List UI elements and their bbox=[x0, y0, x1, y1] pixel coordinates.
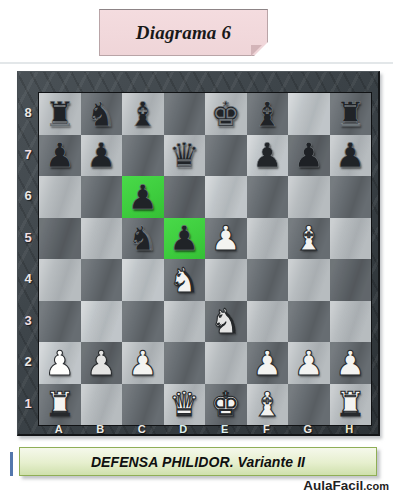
square-d6 bbox=[164, 176, 206, 218]
square-c2: ♟ bbox=[122, 342, 164, 384]
file-label-f: F bbox=[246, 424, 288, 435]
square-h8: ♜ bbox=[330, 93, 372, 135]
black-pawn-b7: ♟ bbox=[86, 138, 116, 172]
square-a4 bbox=[39, 259, 81, 301]
white-pawn-b2: ♟ bbox=[86, 346, 116, 380]
white-queen-d1: ♛ bbox=[169, 387, 199, 421]
rank-labels: 87654321 bbox=[18, 92, 38, 424]
white-pawn-g2: ♟ bbox=[294, 346, 324, 380]
rank-label-4: 4 bbox=[18, 258, 38, 300]
black-pawn-c6: ♟ bbox=[128, 180, 158, 214]
white-pawn-h2: ♟ bbox=[335, 346, 365, 380]
file-label-g: G bbox=[287, 424, 329, 435]
square-f2: ♟ bbox=[247, 342, 289, 384]
caption-banner: DEFENSA PHILIDOR. Variante II bbox=[19, 447, 377, 476]
square-d7: ♛ bbox=[164, 135, 206, 177]
black-king-e8: ♚ bbox=[211, 97, 241, 131]
rank-label-8: 8 bbox=[18, 92, 38, 134]
white-pawn-a2: ♟ bbox=[45, 346, 75, 380]
square-f7: ♟ bbox=[247, 135, 289, 177]
file-label-a: A bbox=[38, 424, 80, 435]
square-b5 bbox=[81, 218, 123, 260]
brand-name: AulaFacil bbox=[303, 478, 363, 493]
square-h3 bbox=[330, 301, 372, 343]
rank-label-5: 5 bbox=[18, 217, 38, 259]
square-g4 bbox=[288, 259, 330, 301]
white-knight-e3: ♞ bbox=[211, 304, 241, 338]
square-a7: ♟ bbox=[39, 135, 81, 177]
square-e1: ♚ bbox=[205, 384, 247, 426]
file-label-h: H bbox=[329, 424, 371, 435]
square-g6 bbox=[288, 176, 330, 218]
square-c4 bbox=[122, 259, 164, 301]
square-e2 bbox=[205, 342, 247, 384]
square-f4 bbox=[247, 259, 289, 301]
white-bishop-f1: ♝ bbox=[252, 387, 282, 421]
square-h7: ♟ bbox=[330, 135, 372, 177]
horizontal-divider bbox=[0, 62, 393, 64]
square-h1: ♜ bbox=[330, 384, 372, 426]
square-a5 bbox=[39, 218, 81, 260]
folded-corner-shade bbox=[251, 45, 262, 56]
black-pawn-h7: ♟ bbox=[335, 138, 365, 172]
square-c5: ♞ bbox=[122, 218, 164, 260]
square-f5 bbox=[247, 218, 289, 260]
white-pawn-c2: ♟ bbox=[128, 346, 158, 380]
white-pawn-e5: ♟ bbox=[211, 221, 241, 255]
square-h5 bbox=[330, 218, 372, 260]
square-a1: ♜ bbox=[39, 384, 81, 426]
square-a2: ♟ bbox=[39, 342, 81, 384]
square-b2: ♟ bbox=[81, 342, 123, 384]
square-d8 bbox=[164, 93, 206, 135]
square-c7 bbox=[122, 135, 164, 177]
text-cursor-mark bbox=[10, 452, 13, 476]
square-e7 bbox=[205, 135, 247, 177]
square-f6 bbox=[247, 176, 289, 218]
opening-name-label: DEFENSA PHILIDOR. Variante II bbox=[91, 454, 305, 470]
black-pawn-f7: ♟ bbox=[252, 138, 282, 172]
file-label-e: E bbox=[204, 424, 246, 435]
square-e5: ♟ bbox=[205, 218, 247, 260]
square-g3 bbox=[288, 301, 330, 343]
black-pawn-g7: ♟ bbox=[294, 138, 324, 172]
square-e6 bbox=[205, 176, 247, 218]
rank-label-3: 3 bbox=[18, 300, 38, 342]
square-d3 bbox=[164, 301, 206, 343]
square-f1: ♝ bbox=[247, 384, 289, 426]
square-b7: ♟ bbox=[81, 135, 123, 177]
rank-label-6: 6 bbox=[18, 175, 38, 217]
square-a3 bbox=[39, 301, 81, 343]
square-g2: ♟ bbox=[288, 342, 330, 384]
square-b3 bbox=[81, 301, 123, 343]
square-b6 bbox=[81, 176, 123, 218]
black-rook-h8: ♜ bbox=[335, 97, 365, 131]
white-rook-h1: ♜ bbox=[335, 387, 365, 421]
square-h2: ♟ bbox=[330, 342, 372, 384]
square-g7: ♟ bbox=[288, 135, 330, 177]
square-b1 bbox=[81, 384, 123, 426]
square-e3: ♞ bbox=[205, 301, 247, 343]
brand-suffix: .com bbox=[363, 480, 389, 492]
rank-label-7: 7 bbox=[18, 134, 38, 176]
square-d2 bbox=[164, 342, 206, 384]
page: { "game": "chess", "title": "Diagrama 6"… bbox=[0, 0, 393, 496]
square-h4 bbox=[330, 259, 372, 301]
square-a6 bbox=[39, 176, 81, 218]
black-rook-a8: ♜ bbox=[45, 97, 75, 131]
white-rook-a1: ♜ bbox=[45, 387, 75, 421]
black-bishop-c8: ♝ bbox=[128, 97, 158, 131]
square-g1 bbox=[288, 384, 330, 426]
white-pawn-f2: ♟ bbox=[252, 346, 282, 380]
white-bishop-g5: ♝ bbox=[294, 221, 324, 255]
square-c8: ♝ bbox=[122, 93, 164, 135]
site-watermark: AulaFacil .com bbox=[303, 478, 389, 493]
black-queen-d7: ♛ bbox=[169, 138, 199, 172]
black-knight-c5: ♞ bbox=[128, 221, 158, 255]
white-king-e1: ♚ bbox=[211, 387, 241, 421]
rank-label-1: 1 bbox=[18, 383, 38, 425]
square-g5: ♝ bbox=[288, 218, 330, 260]
square-g8 bbox=[288, 93, 330, 135]
square-c6: ♟ bbox=[122, 176, 164, 218]
square-b4 bbox=[81, 259, 123, 301]
square-d4: ♞ bbox=[164, 259, 206, 301]
chess-board-frame: 87654321 ♜♞♝♚♝♜♟♟♛♟♟♟♟♞♟♟♝♞♞♟♟♟♟♟♟♜♛♚♝♜ … bbox=[17, 71, 380, 436]
square-e8: ♚ bbox=[205, 93, 247, 135]
square-d5: ♟ bbox=[164, 218, 206, 260]
black-pawn-d5: ♟ bbox=[169, 221, 199, 255]
file-label-c: C bbox=[121, 424, 163, 435]
square-b8: ♞ bbox=[81, 93, 123, 135]
file-label-b: B bbox=[80, 424, 122, 435]
chess-board: ♜♞♝♚♝♜♟♟♛♟♟♟♟♞♟♟♝♞♞♟♟♟♟♟♟♜♛♚♝♜ bbox=[38, 92, 372, 426]
diagram-title: Diagrama 6 bbox=[136, 22, 231, 44]
black-knight-b8: ♞ bbox=[86, 97, 116, 131]
square-f8: ♝ bbox=[247, 93, 289, 135]
square-e4 bbox=[205, 259, 247, 301]
black-bishop-f8: ♝ bbox=[252, 97, 282, 131]
square-f3 bbox=[247, 301, 289, 343]
file-label-d: D bbox=[163, 424, 205, 435]
square-d1: ♛ bbox=[164, 384, 206, 426]
square-c1 bbox=[122, 384, 164, 426]
square-c3 bbox=[122, 301, 164, 343]
rank-label-2: 2 bbox=[18, 341, 38, 383]
black-pawn-a7: ♟ bbox=[45, 138, 75, 172]
file-labels: ABCDEFGH bbox=[38, 424, 370, 435]
square-a8: ♜ bbox=[39, 93, 81, 135]
white-knight-d4: ♞ bbox=[169, 263, 199, 297]
title-banner: Diagrama 6 bbox=[99, 9, 268, 56]
square-h6 bbox=[330, 176, 372, 218]
